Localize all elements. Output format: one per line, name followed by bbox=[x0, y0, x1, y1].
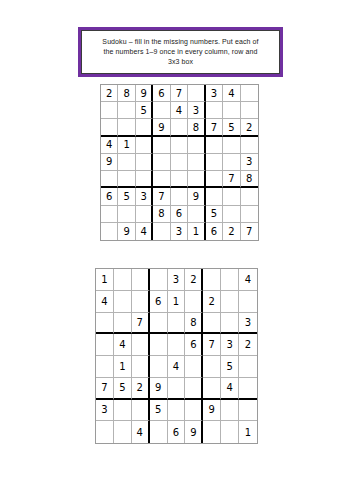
cell-r4c4[interactable] bbox=[153, 137, 170, 154]
cell-r1c3[interactable] bbox=[132, 269, 150, 291]
cell-r2c2[interactable] bbox=[118, 102, 135, 119]
cell-r6c8: 7 bbox=[223, 171, 240, 188]
cell-r4c3[interactable] bbox=[136, 137, 153, 154]
cell-r6c5[interactable] bbox=[168, 378, 186, 400]
cell-r1c7: 3 bbox=[206, 85, 223, 102]
cell-r3c9: 2 bbox=[241, 119, 258, 136]
cell-r4c2: 4 bbox=[114, 334, 132, 356]
cell-r4c5[interactable] bbox=[168, 334, 186, 356]
cell-r1c8: 4 bbox=[223, 85, 240, 102]
cell-r9c6: 1 bbox=[188, 223, 205, 240]
cell-r3c5[interactable] bbox=[171, 119, 188, 136]
cell-r3c4[interactable] bbox=[150, 313, 168, 335]
cell-r6c1: 7 bbox=[96, 378, 114, 400]
cell-r1c2: 8 bbox=[118, 85, 135, 102]
cell-r7c6[interactable] bbox=[185, 400, 203, 422]
cell-r3c9: 3 bbox=[239, 313, 257, 335]
cell-r7c5[interactable] bbox=[171, 188, 188, 205]
cell-r2c9[interactable] bbox=[239, 291, 257, 313]
cell-r8c8[interactable] bbox=[223, 206, 240, 223]
cell-r7c5[interactable] bbox=[168, 400, 186, 422]
cell-r5c1[interactable] bbox=[96, 356, 114, 378]
cell-r5c1: 9 bbox=[101, 154, 118, 171]
cell-r5c8[interactable] bbox=[223, 154, 240, 171]
cell-r2c1[interactable] bbox=[101, 102, 118, 119]
cell-r8c7[interactable] bbox=[203, 421, 221, 443]
cell-r1c6: 2 bbox=[185, 269, 203, 291]
cell-r1c1: 1 bbox=[96, 269, 114, 291]
cell-r2c2[interactable] bbox=[114, 291, 132, 313]
cell-r8c1[interactable] bbox=[101, 206, 118, 223]
cell-r3c6: 8 bbox=[185, 313, 203, 335]
cell-r7c2[interactable] bbox=[114, 400, 132, 422]
cell-r8c4: 8 bbox=[153, 206, 170, 223]
cell-r5c2[interactable] bbox=[118, 154, 135, 171]
worksheet-page: Sudoku – fill in the missing numbers. Pu… bbox=[0, 0, 354, 500]
cell-r5c8: 5 bbox=[221, 356, 239, 378]
cell-r7c7: 9 bbox=[203, 400, 221, 422]
sudoku-grid-2: 1324461278346732145752943594691 bbox=[95, 268, 258, 444]
cell-r8c2[interactable] bbox=[118, 206, 135, 223]
cell-r2c6: 3 bbox=[188, 102, 205, 119]
cell-r5c6[interactable] bbox=[188, 154, 205, 171]
cell-r4c6[interactable] bbox=[188, 137, 205, 154]
cell-r3c8[interactable] bbox=[221, 313, 239, 335]
cell-r3c7: 7 bbox=[206, 119, 223, 136]
cell-r6c3: 2 bbox=[132, 378, 150, 400]
cell-r7c1: 3 bbox=[96, 400, 114, 422]
cell-r1c8[interactable] bbox=[221, 269, 239, 291]
cell-r6c6[interactable] bbox=[188, 171, 205, 188]
cell-r2c5: 4 bbox=[171, 102, 188, 119]
cell-r1c9: 4 bbox=[239, 269, 257, 291]
cell-r2c4[interactable] bbox=[153, 102, 170, 119]
cell-r7c3[interactable] bbox=[132, 400, 150, 422]
cell-r7c4: 5 bbox=[150, 400, 168, 422]
cell-r4c8: 3 bbox=[221, 334, 239, 356]
cell-r6c4[interactable] bbox=[153, 171, 170, 188]
cell-r7c8[interactable] bbox=[221, 400, 239, 422]
cell-r4c2: 1 bbox=[118, 137, 135, 154]
cell-r9c4[interactable] bbox=[153, 223, 170, 240]
cell-r2c3[interactable] bbox=[132, 291, 150, 313]
cell-r7c6: 9 bbox=[188, 188, 205, 205]
cell-r4c4[interactable] bbox=[150, 334, 168, 356]
cell-r4c5[interactable] bbox=[171, 137, 188, 154]
cell-r5c6[interactable] bbox=[185, 356, 203, 378]
cell-r2c3: 5 bbox=[136, 102, 153, 119]
cell-r3c1[interactable] bbox=[101, 119, 118, 136]
cell-r3c3[interactable] bbox=[136, 119, 153, 136]
cell-r2c9[interactable] bbox=[241, 102, 258, 119]
cell-r3c7[interactable] bbox=[203, 313, 221, 335]
cell-r8c6[interactable] bbox=[188, 206, 205, 223]
cell-r8c8[interactable] bbox=[221, 421, 239, 443]
cell-r8c4[interactable] bbox=[150, 421, 168, 443]
cell-r1c5: 3 bbox=[168, 269, 186, 291]
instructions-text: Sudoku – fill in the missing numbers. Pu… bbox=[81, 30, 280, 74]
cell-r7c7[interactable] bbox=[206, 188, 223, 205]
cell-r2c4: 6 bbox=[150, 291, 168, 313]
cell-r7c8[interactable] bbox=[223, 188, 240, 205]
cell-r5c5[interactable] bbox=[171, 154, 188, 171]
cell-r3c8: 5 bbox=[223, 119, 240, 136]
cell-r8c9[interactable] bbox=[241, 206, 258, 223]
cell-r5c2: 1 bbox=[114, 356, 132, 378]
instructions-line-3: 3x3 box bbox=[168, 57, 193, 67]
cell-r9c7: 6 bbox=[206, 223, 223, 240]
cell-r8c2[interactable] bbox=[114, 421, 132, 443]
cell-r5c4[interactable] bbox=[150, 356, 168, 378]
cell-r8c7: 5 bbox=[206, 206, 223, 223]
cell-r3c6: 8 bbox=[188, 119, 205, 136]
cell-r5c3[interactable] bbox=[136, 154, 153, 171]
cell-r2c7: 2 bbox=[203, 291, 221, 313]
cell-r8c3[interactable] bbox=[136, 206, 153, 223]
cell-r4c7: 7 bbox=[203, 334, 221, 356]
cell-r5c9[interactable] bbox=[239, 356, 257, 378]
cell-r6c3[interactable] bbox=[136, 171, 153, 188]
cell-r9c2: 9 bbox=[118, 223, 135, 240]
cell-r5c4[interactable] bbox=[153, 154, 170, 171]
cell-r3c4: 9 bbox=[153, 119, 170, 136]
cell-r5c5: 4 bbox=[168, 356, 186, 378]
cell-r7c4: 7 bbox=[153, 188, 170, 205]
cell-r6c4: 9 bbox=[150, 378, 168, 400]
cell-r5c9: 3 bbox=[241, 154, 258, 171]
cell-r5c7[interactable] bbox=[206, 154, 223, 171]
cell-r7c2: 5 bbox=[118, 188, 135, 205]
cell-r2c1: 4 bbox=[96, 291, 114, 313]
cell-r3c5[interactable] bbox=[168, 313, 186, 335]
cell-r4c9: 2 bbox=[239, 334, 257, 356]
cell-r6c5[interactable] bbox=[171, 171, 188, 188]
cell-r6c2[interactable] bbox=[118, 171, 135, 188]
cell-r9c3: 4 bbox=[136, 223, 153, 240]
cell-r9c8: 2 bbox=[223, 223, 240, 240]
cell-r1c4[interactable] bbox=[150, 269, 168, 291]
cell-r9c1[interactable] bbox=[101, 223, 118, 240]
cell-r8c6: 9 bbox=[185, 421, 203, 443]
instructions-box: Sudoku – fill in the missing numbers. Pu… bbox=[78, 27, 283, 77]
cell-r7c3: 3 bbox=[136, 188, 153, 205]
cell-r1c9[interactable] bbox=[241, 85, 258, 102]
cell-r9c5: 3 bbox=[171, 223, 188, 240]
cell-r6c2: 5 bbox=[114, 378, 132, 400]
cell-r9c9: 7 bbox=[241, 223, 258, 240]
cell-r3c2[interactable] bbox=[118, 119, 135, 136]
cell-r6c8: 4 bbox=[221, 378, 239, 400]
cell-r6c9[interactable] bbox=[239, 378, 257, 400]
cell-r4c3[interactable] bbox=[132, 334, 150, 356]
cell-r2c6[interactable] bbox=[185, 291, 203, 313]
cell-r5c7[interactable] bbox=[203, 356, 221, 378]
cell-r1c5: 7 bbox=[171, 85, 188, 102]
instructions-line-1: Sudoku – fill in the missing numbers. Pu… bbox=[102, 37, 258, 47]
cell-r4c6: 6 bbox=[185, 334, 203, 356]
cell-r8c9: 1 bbox=[239, 421, 257, 443]
cell-r6c7[interactable] bbox=[203, 378, 221, 400]
cell-r7c1: 6 bbox=[101, 188, 118, 205]
cell-r6c7[interactable] bbox=[206, 171, 223, 188]
cell-r2c7[interactable] bbox=[206, 102, 223, 119]
cell-r8c1[interactable] bbox=[96, 421, 114, 443]
cell-r6c6[interactable] bbox=[185, 378, 203, 400]
cell-r6c1[interactable] bbox=[101, 171, 118, 188]
cell-r8c3: 4 bbox=[132, 421, 150, 443]
cell-r4c7[interactable] bbox=[206, 137, 223, 154]
cell-r1c7[interactable] bbox=[203, 269, 221, 291]
cell-r1c4: 6 bbox=[153, 85, 170, 102]
cell-r4c1[interactable] bbox=[96, 334, 114, 356]
cell-r4c8[interactable] bbox=[223, 137, 240, 154]
cell-r6c9: 8 bbox=[241, 171, 258, 188]
cell-r2c8[interactable] bbox=[221, 291, 239, 313]
cell-r4c1: 4 bbox=[101, 137, 118, 154]
cell-r2c5: 1 bbox=[168, 291, 186, 313]
cell-r3c2[interactable] bbox=[114, 313, 132, 335]
cell-r8c5: 6 bbox=[171, 206, 188, 223]
cell-r5c3[interactable] bbox=[132, 356, 150, 378]
cell-r3c3: 7 bbox=[132, 313, 150, 335]
instructions-line-2: the numbers 1–9 once in every column, ro… bbox=[104, 47, 258, 57]
cell-r3c1[interactable] bbox=[96, 313, 114, 335]
cell-r1c3: 9 bbox=[136, 85, 153, 102]
cell-r1c1: 2 bbox=[101, 85, 118, 102]
cell-r7c9[interactable] bbox=[239, 400, 257, 422]
cell-r7c9[interactable] bbox=[241, 188, 258, 205]
cell-r8c5: 6 bbox=[168, 421, 186, 443]
cell-r1c2[interactable] bbox=[114, 269, 132, 291]
cell-r2c8[interactable] bbox=[223, 102, 240, 119]
cell-r4c9[interactable] bbox=[241, 137, 258, 154]
sudoku-grid-1: 289673454398752419378653798659431627 bbox=[100, 84, 259, 241]
cell-r1c6[interactable] bbox=[188, 85, 205, 102]
